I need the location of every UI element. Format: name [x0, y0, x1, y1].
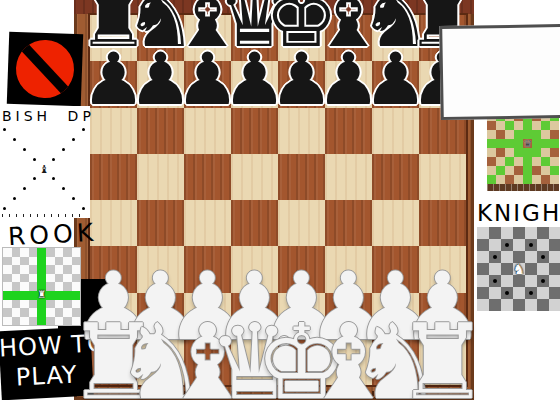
diagram-cell: [10, 203, 20, 213]
diagram-cell: [55, 282, 64, 291]
diagram-cell: [525, 263, 537, 275]
diagram-cell: [501, 287, 513, 299]
board-square[interactable]: [90, 154, 137, 200]
diagram-cell: [37, 300, 46, 309]
diagram-cell: [55, 274, 64, 283]
queen-diagram-frame: [487, 184, 559, 191]
diagram-cell: [505, 139, 514, 148]
diagram-cell: [487, 175, 496, 184]
diagram-cell: [69, 154, 79, 164]
diagram-cell: [29, 145, 39, 155]
diagram-cell: [29, 203, 39, 213]
diagram-cell: ♛: [523, 139, 532, 148]
diagram-cell: ♜: [37, 291, 46, 300]
board-square[interactable]: [184, 200, 231, 246]
diagram-cell: [39, 194, 49, 204]
diagram-cell: [513, 299, 525, 311]
diagram-cell: [12, 257, 21, 266]
diagram-cell: [37, 274, 46, 283]
diagram-cell: [78, 154, 88, 164]
diagram-cell: [550, 139, 559, 148]
bishop-panel-label: BISH DP: [0, 106, 90, 125]
diagram-cell: [69, 194, 79, 204]
diagram-cell: [537, 299, 549, 311]
diagram-cell: [46, 248, 55, 257]
board-square[interactable]: [231, 200, 278, 246]
diagram-cell: [59, 154, 69, 164]
diagram-cell: [0, 154, 10, 164]
diagram-cell: [39, 125, 49, 135]
diagram-cell: [29, 135, 39, 145]
diagram-cell: [523, 121, 532, 130]
diagram-cell: [514, 148, 523, 157]
diagram-cell: [39, 203, 49, 213]
diagram-cell: [37, 308, 46, 317]
diagram-cell: [532, 139, 541, 148]
diagram-cell: [46, 282, 55, 291]
diagram-cell: [10, 125, 20, 135]
diagram-cell: [532, 166, 541, 175]
diagram-cell: [477, 227, 489, 239]
diagram-cell: [10, 194, 20, 204]
diagram-cell: [78, 135, 88, 145]
diagram-cell: [29, 274, 38, 283]
diagram-cell: [537, 251, 549, 263]
diagram-cell: [549, 251, 560, 263]
diagram-cell: [20, 184, 30, 194]
diagram-cell: [537, 227, 549, 239]
diagram-cell: [501, 239, 513, 251]
diagram-cell: [537, 287, 549, 299]
diagram-cell: [49, 174, 59, 184]
diagram-cell: [537, 239, 549, 251]
board-square[interactable]: [419, 154, 466, 200]
diagram-cell: [20, 308, 29, 317]
diagram-cell: [489, 299, 501, 311]
board-square[interactable]: [184, 154, 231, 200]
diagram-cell: [3, 300, 12, 309]
bishop-diagram-ticks: [2, 214, 82, 217]
white-rook-piece[interactable]: ♜: [396, 310, 489, 400]
queen-moves-diagram: ♛: [487, 112, 559, 184]
diagram-cell: [49, 164, 59, 174]
diagram-cell: [550, 121, 559, 130]
diagram-cell: [514, 175, 523, 184]
diagram-cell: [69, 135, 79, 145]
diagram-cell: [532, 175, 541, 184]
diagram-cell: [513, 275, 525, 287]
diagram-cell: [59, 184, 69, 194]
diagram-cell: [20, 194, 30, 204]
diagram-cell: [69, 203, 79, 213]
board-square[interactable]: [137, 200, 184, 246]
diagram-cell: [46, 265, 55, 274]
diagram-cell: [78, 125, 88, 135]
diagram-cell: [20, 135, 30, 145]
diagram-cell: [10, 164, 20, 174]
rook-panel-label: ROOK: [7, 218, 98, 252]
diagram-cell: [505, 157, 514, 166]
diagram-cell: [10, 184, 20, 194]
diagram-cell: [487, 139, 496, 148]
diagram-cell: [0, 145, 10, 155]
board-square[interactable]: [325, 154, 372, 200]
diagram-cell: [0, 184, 10, 194]
diagram-cell: [55, 291, 64, 300]
diagram-cell: [550, 157, 559, 166]
diagram-cell: [514, 130, 523, 139]
diagram-cell: [59, 194, 69, 204]
diagram-cell: [525, 299, 537, 311]
diagram-piece-icon: ♛: [523, 139, 532, 149]
diagram-cell: [487, 121, 496, 130]
diagram-cell: [532, 121, 541, 130]
board-square[interactable]: [278, 154, 325, 200]
diagram-piece-icon: ♞: [513, 262, 526, 276]
diagram-cell: [496, 130, 505, 139]
diagram-cell: [37, 317, 46, 326]
diagram-cell: [55, 257, 64, 266]
diagram-cell: [39, 184, 49, 194]
diagram-cell: [496, 157, 505, 166]
diagram-cell: [549, 287, 560, 299]
diagram-piece-icon: ♝: [39, 164, 49, 175]
diagram-cell: [549, 299, 560, 311]
diagram-cell: [55, 300, 64, 309]
diagram-cell: [513, 239, 525, 251]
diagram-cell: [489, 287, 501, 299]
diagram-cell: [496, 139, 505, 148]
diagram-cell: [46, 257, 55, 266]
diagram-cell: [49, 194, 59, 204]
diagram-cell: [49, 125, 59, 135]
diagram-cell: [46, 317, 55, 326]
diagram-cell: [513, 287, 525, 299]
diagram-cell: [29, 257, 38, 266]
diagram-cell: [487, 148, 496, 157]
diagram-cell: [12, 265, 21, 274]
diagram-cell: [501, 227, 513, 239]
diagram-cell: [501, 263, 513, 275]
diagram-cell: [59, 203, 69, 213]
blank-card: [439, 24, 560, 120]
diagram-cell: [501, 299, 513, 311]
diagram-cell: [541, 130, 550, 139]
diagram-cell: [46, 274, 55, 283]
diagram-cell: [10, 135, 20, 145]
diagram-cell: [489, 275, 501, 287]
diagram-cell: [49, 154, 59, 164]
diagram-cell: [49, 135, 59, 145]
diagram-cell: [78, 194, 88, 204]
diagram-cell: [523, 157, 532, 166]
diagram-cell: [3, 257, 12, 266]
diagram-cell: [537, 275, 549, 287]
game-stage: ♜♞♝♛♚♝♞♜♟♟♟♟♟♟♟♟♟♟♟♟♟♟♟♟♜♞♝♛♚♝♞♜ BISH DP…: [0, 0, 560, 400]
diagram-cell: [37, 265, 46, 274]
diagram-cell: [501, 251, 513, 263]
diagram-cell: [78, 203, 88, 213]
diagram-cell: [501, 275, 513, 287]
diagram-cell: [505, 130, 514, 139]
diagram-cell: [59, 164, 69, 174]
diagram-cell: [55, 248, 64, 257]
diagram-cell: [29, 154, 39, 164]
diagram-cell: [541, 157, 550, 166]
diagram-cell: [20, 291, 29, 300]
diagram-cell: [20, 174, 30, 184]
diagram-cell: [12, 317, 21, 326]
diagram-cell: [20, 203, 30, 213]
diagram-cell: [20, 300, 29, 309]
board-square[interactable]: [325, 200, 372, 246]
diagram-cell: [20, 265, 29, 274]
diagram-cell: [3, 274, 12, 283]
diagram-cell: [20, 164, 30, 174]
diagram-cell: [20, 257, 29, 266]
diagram-cell: [29, 308, 38, 317]
diagram-cell: [69, 145, 79, 155]
diagram-cell: [49, 203, 59, 213]
diagram-cell: [513, 227, 525, 239]
diagram-cell: [496, 148, 505, 157]
diagram-cell: [29, 317, 38, 326]
diagram-cell: [496, 175, 505, 184]
diagram-cell: [477, 239, 489, 251]
diagram-cell: [489, 239, 501, 251]
diagram-cell: [541, 148, 550, 157]
diagram-cell: [20, 317, 29, 326]
bishop-panel: BISH DP ♝: [0, 106, 90, 218]
diagram-cell: [0, 194, 10, 204]
diagram-cell: [12, 300, 21, 309]
diagram-cell: [20, 248, 29, 257]
diagram-cell: [29, 184, 39, 194]
diagram-cell: [0, 203, 10, 213]
diagram-cell: [3, 248, 12, 257]
diagram-cell: [29, 125, 39, 135]
diagram-cell: [505, 166, 514, 175]
diagram-cell: [20, 274, 29, 283]
diagram-cell: [69, 184, 79, 194]
diagram-cell: [78, 164, 88, 174]
diagram-cell: [532, 157, 541, 166]
diagram-cell: [78, 174, 88, 184]
diagram-cell: [78, 145, 88, 155]
diagram-cell: [20, 125, 30, 135]
diagram-cell: [39, 135, 49, 145]
diagram-cell: [489, 263, 501, 275]
diagram-cell: [3, 308, 12, 317]
board-square[interactable]: [231, 154, 278, 200]
diagram-cell: [532, 148, 541, 157]
diagram-cell: [496, 121, 505, 130]
diagram-cell: [59, 125, 69, 135]
diagram-cell: [541, 175, 550, 184]
diagram-cell: [496, 166, 505, 175]
diagram-cell: [12, 274, 21, 283]
diagram-cell: [10, 154, 20, 164]
diagram-cell: [69, 174, 79, 184]
diagram-cell: ♞: [513, 263, 525, 275]
diagram-cell: [46, 308, 55, 317]
diagram-cell: [55, 308, 64, 317]
diagram-cell: [3, 291, 12, 300]
diagram-cell: [39, 174, 49, 184]
diagram-cell: [78, 184, 88, 194]
diagram-cell: [537, 263, 549, 275]
diagram-cell: [532, 130, 541, 139]
diagram-cell: [55, 317, 64, 326]
diagram-cell: [487, 157, 496, 166]
diagram-cell: [49, 184, 59, 194]
diagram-cell: [3, 282, 12, 291]
board-square[interactable]: [137, 154, 184, 200]
diagram-cell: [550, 148, 559, 157]
diagram-cell: [550, 166, 559, 175]
diagram-cell: [525, 227, 537, 239]
diagram-cell: [37, 257, 46, 266]
diagram-cell: [29, 265, 38, 274]
board-square[interactable]: [278, 200, 325, 246]
diagram-cell: [59, 135, 69, 145]
board-square[interactable]: [372, 154, 419, 200]
diagram-cell: [505, 121, 514, 130]
diagram-cell: [514, 139, 523, 148]
diagram-cell: [12, 308, 21, 317]
diagram-cell: [550, 130, 559, 139]
diagram-cell: [514, 157, 523, 166]
diagram-cell: [541, 166, 550, 175]
diagram-cell: [525, 275, 537, 287]
diagram-cell: [525, 287, 537, 299]
diagram-cell: [487, 130, 496, 139]
no-entry-icon: [15, 39, 75, 99]
diagram-cell: [541, 139, 550, 148]
diagram-cell: [29, 248, 38, 257]
diagram-cell: [12, 282, 21, 291]
diagram-cell: [20, 145, 30, 155]
diagram-cell: [0, 174, 10, 184]
diagram-cell: ♝: [39, 164, 49, 174]
knight-moves-diagram: ♞: [477, 227, 560, 311]
board-square[interactable]: [419, 200, 466, 246]
diagram-cell: [12, 248, 21, 257]
knight-panel-label: KNIGHT: [477, 200, 560, 226]
diagram-cell: [523, 148, 532, 157]
diagram-cell: [505, 148, 514, 157]
diagram-cell: [523, 175, 532, 184]
board-square[interactable]: [372, 200, 419, 246]
diagram-cell: [20, 282, 29, 291]
diagram-cell: [3, 317, 12, 326]
diagram-cell: [549, 263, 560, 275]
diagram-cell: [59, 174, 69, 184]
diagram-cell: [525, 251, 537, 263]
diagram-cell: [20, 154, 30, 164]
diagram-cell: [541, 121, 550, 130]
diagram-cell: [0, 164, 10, 174]
diagram-cell: [549, 239, 560, 251]
diagram-cell: [69, 164, 79, 174]
diagram-cell: [12, 291, 21, 300]
diagram-cell: [69, 125, 79, 135]
diagram-cell: [549, 227, 560, 239]
bishop-moves-diagram: ♝: [0, 125, 90, 213]
diagram-cell: [37, 248, 46, 257]
diagram-cell: [489, 251, 501, 263]
diagram-cell: [514, 121, 523, 130]
diagram-cell: [487, 166, 496, 175]
no-entry-panel: [7, 32, 83, 107]
diagram-cell: [549, 275, 560, 287]
diagram-cell: [525, 239, 537, 251]
diagram-cell: [550, 175, 559, 184]
diagram-cell: [49, 145, 59, 155]
diagram-cell: [29, 174, 39, 184]
diagram-cell: [39, 145, 49, 155]
diagram-cell: [10, 145, 20, 155]
diagram-cell: [523, 166, 532, 175]
diagram-cell: [514, 166, 523, 175]
diagram-cell: [46, 300, 55, 309]
diagram-cell: [0, 125, 10, 135]
diagram-cell: [29, 300, 38, 309]
diagram-cell: [0, 135, 10, 145]
diagram-cell: [55, 265, 64, 274]
diagram-cell: [29, 194, 39, 204]
diagram-cell: [10, 174, 20, 184]
diagram-cell: [29, 164, 39, 174]
diagram-cell: [505, 175, 514, 184]
diagram-cell: [46, 291, 55, 300]
diagram-cell: [489, 227, 501, 239]
diagram-cell: [59, 145, 69, 155]
diagram-cell: [3, 265, 12, 274]
